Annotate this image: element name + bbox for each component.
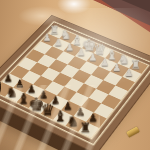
piece-black-rook[interactable]: ♜	[78, 120, 93, 135]
piece-white-pawn[interactable]: ♟	[122, 66, 136, 80]
chess-set-photo: ♜♞♝♚♛♝♞♜♟♟♟♟♟♟♟♟♟♟♟♟♟♟♟♟♜♞♝♚♛♝♞♜	[0, 0, 150, 150]
